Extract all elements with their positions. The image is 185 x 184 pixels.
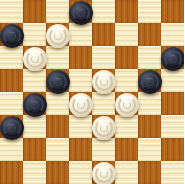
black-piece-d8[interactable] [69,0,93,24]
square-h1 [161,161,184,184]
square-h6[interactable] [161,46,184,69]
square-d5 [69,69,92,92]
square-b2[interactable] [23,138,46,161]
square-a8 [0,0,23,23]
square-h8[interactable] [161,0,184,23]
square-f1 [115,161,138,184]
square-c8 [46,0,69,23]
square-e2 [92,138,115,161]
black-piece-h6[interactable] [161,46,185,70]
square-e5[interactable] [92,69,115,92]
square-b4[interactable] [23,92,46,115]
square-g3[interactable] [138,115,161,138]
square-d1 [69,161,92,184]
square-c3[interactable] [46,115,69,138]
square-e6 [92,46,115,69]
square-a6 [0,46,23,69]
square-a2 [0,138,23,161]
square-g4 [138,92,161,115]
square-a5[interactable] [0,69,23,92]
white-piece-c7[interactable] [46,23,70,47]
square-c4 [46,92,69,115]
square-g8 [138,0,161,23]
square-h7 [161,23,184,46]
black-piece-a3[interactable] [0,115,24,139]
square-b6[interactable] [23,46,46,69]
square-h3 [161,115,184,138]
square-e1[interactable] [92,161,115,184]
square-f8[interactable] [115,0,138,23]
square-b1 [23,161,46,184]
checkers-board [0,0,184,184]
black-piece-a7[interactable] [0,23,24,47]
square-a4 [0,92,23,115]
black-piece-b4[interactable] [23,92,47,116]
square-e3[interactable] [92,115,115,138]
square-a7[interactable] [0,23,23,46]
square-d4[interactable] [69,92,92,115]
square-f5 [115,69,138,92]
square-g5[interactable] [138,69,161,92]
square-b8[interactable] [23,0,46,23]
square-g6 [138,46,161,69]
square-f3 [115,115,138,138]
square-h5 [161,69,184,92]
white-piece-b6[interactable] [23,46,47,70]
square-d3 [69,115,92,138]
square-f6[interactable] [115,46,138,69]
square-f2[interactable] [115,138,138,161]
square-e4 [92,92,115,115]
black-piece-c5[interactable] [46,69,70,93]
square-g2 [138,138,161,161]
square-e8 [92,0,115,23]
square-g1[interactable] [138,161,161,184]
white-piece-e1[interactable] [92,161,116,184]
square-a3[interactable] [0,115,23,138]
square-f7 [115,23,138,46]
square-h4[interactable] [161,92,184,115]
square-c1[interactable] [46,161,69,184]
square-f4[interactable] [115,92,138,115]
square-b7 [23,23,46,46]
square-c5[interactable] [46,69,69,92]
white-piece-d4[interactable] [69,92,93,116]
square-g7[interactable] [138,23,161,46]
square-a1[interactable] [0,161,23,184]
square-c6 [46,46,69,69]
square-d7 [69,23,92,46]
square-d8[interactable] [69,0,92,23]
square-c2 [46,138,69,161]
square-e7[interactable] [92,23,115,46]
square-c7[interactable] [46,23,69,46]
square-d2[interactable] [69,138,92,161]
white-piece-e3[interactable] [92,115,116,139]
square-b5 [23,69,46,92]
square-d6[interactable] [69,46,92,69]
square-b3 [23,115,46,138]
white-piece-e5[interactable] [92,69,116,93]
white-piece-f4[interactable] [115,92,139,116]
square-h2[interactable] [161,138,184,161]
black-piece-g5[interactable] [138,69,162,93]
